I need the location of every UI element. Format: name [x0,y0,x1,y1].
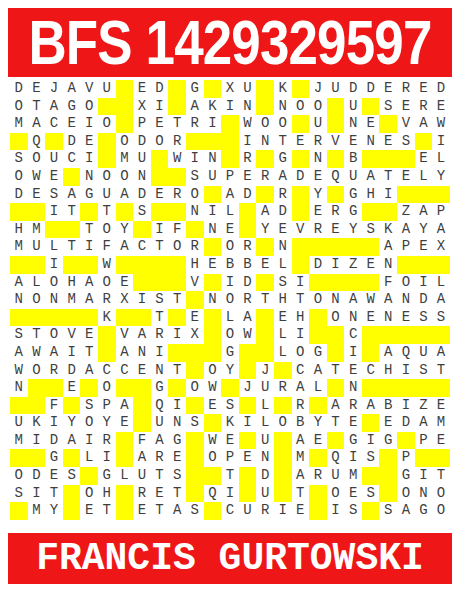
letter-cell: K [379,221,397,239]
letter-cell: E [362,309,380,327]
letter-cell: B [221,256,239,274]
block-cell [221,150,239,168]
letter-cell: U [309,115,327,133]
letter-cell: N [186,203,204,221]
letter-cell: Y [221,362,239,380]
letter-cell: M [63,291,81,309]
letter-cell: R [256,168,274,186]
block-cell [45,379,63,397]
letter-cell: L [116,467,134,485]
block-cell [432,449,450,467]
letter-cell: T [151,467,169,485]
letter-cell: E [28,80,46,98]
letter-cell: E [432,98,450,116]
letter-cell: O [80,414,98,432]
letter-cell: A [28,115,46,133]
letter-cell: I [239,414,257,432]
letter-cell: Z [344,256,362,274]
letter-cell: N [133,344,151,362]
letter-cell: I [221,98,239,116]
block-cell [362,344,380,362]
block-cell [362,326,380,344]
letter-cell: O [98,115,116,133]
letter-cell: D [309,256,327,274]
block-cell [221,115,239,133]
letter-cell: A [168,502,186,520]
letter-cell: A [415,414,433,432]
letter-cell: V [63,326,81,344]
block-cell [168,379,186,397]
letter-cell: I [80,238,98,256]
letter-cell: N [204,221,222,239]
block-cell [379,485,397,503]
letter-cell: K [204,98,222,116]
letter-cell: J [256,362,274,380]
letter-cell: O [256,115,274,133]
letter-cell: E [133,362,151,380]
letter-cell: P [415,432,433,450]
block-cell [10,502,28,520]
letter-cell: Q [28,133,46,151]
letter-cell: T [168,115,186,133]
block-cell [204,309,222,327]
letter-cell: E [344,133,362,151]
block-cell [379,326,397,344]
letter-cell: O [204,449,222,467]
letter-cell: E [397,309,415,327]
block-cell [186,449,204,467]
block-cell [116,203,134,221]
letter-cell: G [379,432,397,450]
letter-cell: L [309,379,327,397]
letter-cell: Y [415,221,433,239]
letter-cell: M [28,502,46,520]
letter-cell: Y [256,221,274,239]
letter-cell: S [362,221,380,239]
letter-cell: G [98,467,116,485]
letter-cell: E [221,432,239,450]
letter-cell: H [186,256,204,274]
block-cell [63,397,81,415]
letter-cell: U [344,168,362,186]
letter-cell: A [45,344,63,362]
block-cell [256,98,274,116]
letter-cell: T [63,238,81,256]
letter-cell: B [239,256,257,274]
letter-cell: V [80,80,98,98]
block-cell [221,379,239,397]
letter-cell: I [151,344,169,362]
letter-cell: A [379,344,397,362]
letter-cell: T [168,362,186,380]
letter-cell: A [397,502,415,520]
block-cell [63,449,81,467]
letter-cell: E [186,309,204,327]
block-cell [116,502,134,520]
letter-cell: U [133,150,151,168]
letter-cell: M [10,432,28,450]
block-cell [256,150,274,168]
block-cell [327,98,345,116]
letter-cell: I [415,274,433,292]
letter-cell: P [133,115,151,133]
letter-cell: U [133,467,151,485]
letter-cell: E [415,238,433,256]
letter-cell: C [133,238,151,256]
block-cell [397,150,415,168]
letter-cell: U [151,414,169,432]
letter-cell: C [45,115,63,133]
block-cell [362,203,380,221]
block-cell [204,238,222,256]
block-cell [309,397,327,415]
letter-cell: V [116,326,134,344]
block-cell [186,362,204,380]
letter-cell: A [344,291,362,309]
letter-cell: E [151,115,169,133]
letter-cell: O [432,502,450,520]
block-cell [116,80,134,98]
letter-cell: G [168,432,186,450]
block-cell [397,186,415,204]
letter-cell: E [256,256,274,274]
letter-cell: I [80,150,98,168]
letter-cell: E [432,432,450,450]
block-cell [28,397,46,415]
letter-cell: U [256,485,274,503]
letter-cell: K [274,80,292,98]
letter-cell: L [432,274,450,292]
letter-cell: M [292,449,310,467]
block-cell [415,449,433,467]
letter-cell: N [344,309,362,327]
letter-cell: D [63,133,81,151]
letter-cell: E [432,397,450,415]
letter-cell: P [98,397,116,415]
letter-cell: T [432,467,450,485]
letter-cell: D [28,467,46,485]
letter-cell: A [186,98,204,116]
letter-cell: D [133,186,151,204]
letter-cell: U [239,80,257,98]
block-cell [45,309,63,327]
block-cell [292,186,310,204]
block-cell [292,115,310,133]
block-cell [379,203,397,221]
letter-cell: S [10,485,28,503]
letter-cell: E [28,186,46,204]
block-cell [98,133,116,151]
letter-cell: N [309,150,327,168]
letter-cell: R [45,362,63,380]
letter-cell: V [327,133,345,151]
letter-cell: L [415,168,433,186]
letter-cell: N [274,98,292,116]
letter-cell: K [28,414,46,432]
letter-cell: E [379,133,397,151]
letter-cell: I [151,98,169,116]
letter-cell: B [379,397,397,415]
letter-cell: A [362,397,380,415]
block-cell [292,80,310,98]
block-cell [63,502,81,520]
block-cell [116,309,134,327]
block-cell [327,274,345,292]
letter-cell: E [204,397,222,415]
letter-cell: R [309,133,327,151]
letter-cell: Y [309,186,327,204]
block-cell [274,397,292,415]
letter-cell: W [98,256,116,274]
letter-cell: G [344,432,362,450]
block-cell [239,397,257,415]
letter-cell: O [98,274,116,292]
block-cell [256,186,274,204]
letter-cell: C [362,362,380,380]
letter-cell: G [274,150,292,168]
letter-cell: R [133,485,151,503]
letter-cell: T [168,291,186,309]
block-cell [186,291,204,309]
letter-cell: U [98,80,116,98]
letter-cell: J [309,80,327,98]
letter-cell: H [292,309,310,327]
letter-cell: R [292,397,310,415]
letter-cell: E [63,115,81,133]
block-cell [327,432,345,450]
letter-cell: F [379,274,397,292]
letter-cell: S [362,485,380,503]
block-cell [28,256,46,274]
letter-cell: P [432,203,450,221]
block-cell [204,133,222,151]
block-cell [133,221,151,239]
letter-cell: Z [397,203,415,221]
letter-cell: I [28,485,46,503]
letter-cell: U [204,168,222,186]
letter-cell: J [239,379,257,397]
letter-cell: A [45,98,63,116]
letter-cell: A [80,291,98,309]
letter-cell: P [221,168,239,186]
letter-cell: O [327,309,345,327]
block-cell [327,344,345,362]
letter-cell: O [432,485,450,503]
letter-cell: E [415,80,433,98]
letter-cell: S [151,291,169,309]
letter-cell: W [432,115,450,133]
letter-cell: O [28,291,46,309]
letter-cell: E [133,80,151,98]
letter-cell: L [274,256,292,274]
block-cell [327,379,345,397]
block-cell [116,449,134,467]
block-cell [204,467,222,485]
letter-cell: R [186,115,204,133]
block-cell [256,326,274,344]
block-cell [204,80,222,98]
letter-cell: R [327,203,345,221]
letter-cell: E [274,309,292,327]
block-cell [327,150,345,168]
block-cell [274,432,292,450]
letter-cell: R [274,186,292,204]
letter-cell: L [274,344,292,362]
block-cell [204,344,222,362]
block-cell [204,502,222,520]
letter-cell: A [80,362,98,380]
block-cell [327,115,345,133]
letter-cell: R [256,502,274,520]
letter-cell: C [292,362,310,380]
letter-cell: H [274,291,292,309]
block-cell [239,221,257,239]
block-cell [186,133,204,151]
block-cell [10,256,28,274]
letter-cell: S [10,326,28,344]
letter-cell: D [432,80,450,98]
letter-cell: S [344,502,362,520]
letter-cell: N [10,291,28,309]
letter-cell: G [344,186,362,204]
block-cell [28,203,46,221]
block-cell [327,326,345,344]
block-cell [133,397,151,415]
letter-cell: O [397,274,415,292]
author-banner: FRANCIS GURTOWSKI [8,533,452,584]
letter-cell: A [362,168,380,186]
letter-cell: I [221,274,239,292]
letter-cell: Y [63,414,81,432]
letter-cell: U [239,502,257,520]
block-cell [362,467,380,485]
letter-cell: E [415,150,433,168]
block-cell [63,221,81,239]
block-cell [256,309,274,327]
letter-cell: N [204,150,222,168]
letter-cell: N [168,414,186,432]
block-cell [28,379,46,397]
letter-cell: O [151,133,169,151]
letter-cell: B [292,414,310,432]
letter-cell: T [80,344,98,362]
letter-cell: W [239,115,257,133]
letter-cell: I [151,221,169,239]
letter-cell: E [309,203,327,221]
letter-cell: S [80,397,98,415]
block-cell [274,362,292,380]
block-cell [186,344,204,362]
letter-cell: X [221,80,239,98]
letter-cell: N [327,291,345,309]
block-cell [80,467,98,485]
block-cell [292,203,310,221]
letter-cell: R [309,221,327,239]
block-cell [133,379,151,397]
letter-cell: O [45,274,63,292]
letter-cell: P [221,449,239,467]
block-cell [80,379,98,397]
letter-cell: G [221,344,239,362]
letter-cell: R [239,150,257,168]
block-cell [292,238,310,256]
letter-cell: X [116,291,134,309]
letter-cell: O [168,238,186,256]
letter-cell: A [80,274,98,292]
letter-cell: D [256,467,274,485]
letter-cell: G [63,98,81,116]
letter-cell: O [327,485,345,503]
block-cell [379,115,397,133]
letter-cell: F [45,397,63,415]
letter-cell: O [274,115,292,133]
letter-cell: I [63,344,81,362]
letter-cell: N [274,238,292,256]
letter-cell: N [256,133,274,151]
letter-cell: N [379,256,397,274]
title-banner: BFS 1429329597 [8,8,452,77]
letter-cell: Q [327,449,345,467]
letter-cell: A [63,186,81,204]
letter-cell: L [432,150,450,168]
letter-cell: M [28,221,46,239]
letter-cell: N [204,291,222,309]
block-cell [168,98,186,116]
letter-cell: G [415,502,433,520]
letter-cell: Y [116,221,134,239]
letter-cell: A [116,344,134,362]
block-cell [168,344,186,362]
block-cell [186,485,204,503]
block-cell [309,326,327,344]
block-cell [151,256,169,274]
letter-cell: E [292,502,310,520]
letter-cell: M [344,467,362,485]
letter-cell: T [327,414,345,432]
letter-cell: O [98,379,116,397]
letter-cell: H [63,274,81,292]
letter-cell: E [239,449,257,467]
letter-cell: I [221,485,239,503]
letter-cell: F [98,238,116,256]
block-cell [239,485,257,503]
letter-cell: N [344,115,362,133]
block-cell [63,168,81,186]
letter-cell: E [309,432,327,450]
letter-cell: E [116,274,134,292]
letter-cell: R [344,397,362,415]
block-cell [415,256,433,274]
letter-cell: R [274,379,292,397]
block-cell [274,449,292,467]
letter-cell: N [415,485,433,503]
block-cell [204,414,222,432]
letter-cell: O [28,362,46,380]
block-cell [98,344,116,362]
block-cell [362,98,380,116]
letter-cell: I [204,115,222,133]
letter-cell: T [63,203,81,221]
letter-cell: S [379,98,397,116]
letter-cell: U [327,467,345,485]
block-cell [415,379,433,397]
letter-cell: E [116,414,134,432]
letter-cell: A [292,432,310,450]
block-cell [80,203,98,221]
letter-cell: I [397,362,415,380]
letter-cell: O [116,133,134,151]
letter-cell: U [256,379,274,397]
